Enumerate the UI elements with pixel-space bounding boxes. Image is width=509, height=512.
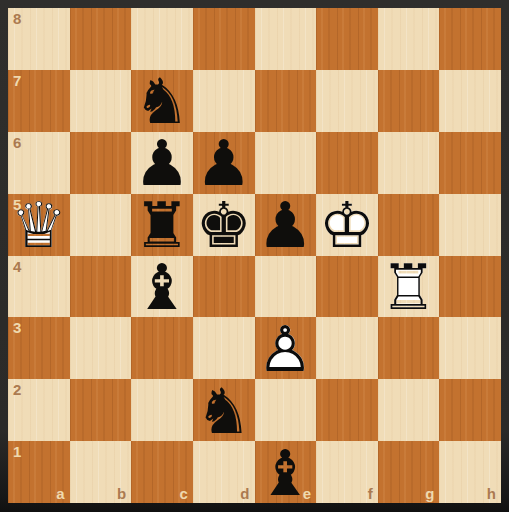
rank-label-2: 2: [13, 382, 21, 397]
square-c5[interactable]: ♜: [131, 194, 193, 256]
square-d2[interactable]: ♞: [193, 379, 255, 441]
white-pawn-outline-icon: ♙: [255, 318, 317, 379]
square-h6[interactable]: [439, 132, 501, 194]
file-label-h: h: [487, 486, 496, 501]
square-b4[interactable]: [70, 256, 132, 318]
piece-white-rook[interactable]: ♜♖: [378, 256, 440, 318]
square-g7[interactable]: [378, 70, 440, 132]
square-a5[interactable]: 5♛♕: [8, 194, 70, 256]
square-h1[interactable]: h: [439, 441, 501, 503]
piece-white-pawn[interactable]: ♟♙: [255, 317, 317, 379]
black-bishop-icon: ♝: [255, 442, 317, 503]
square-a2[interactable]: 2: [8, 379, 70, 441]
square-a8[interactable]: 8: [8, 8, 70, 70]
piece-black-knight[interactable]: ♞: [193, 379, 255, 441]
square-d1[interactable]: d: [193, 441, 255, 503]
square-d8[interactable]: [193, 8, 255, 70]
piece-black-knight[interactable]: ♞: [131, 70, 193, 132]
board-frame: 87♞6♟♟5♛♕♜♚♟♚♔4♝♜♖3♟♙2♞1abcde♝fgh: [0, 0, 509, 512]
square-e7[interactable]: [255, 70, 317, 132]
black-bishop-icon: ♝: [131, 257, 193, 318]
square-d7[interactable]: [193, 70, 255, 132]
black-pawn-icon: ♟: [255, 195, 317, 256]
square-c6[interactable]: ♟: [131, 132, 193, 194]
square-e4[interactable]: [255, 256, 317, 318]
square-a1[interactable]: 1a: [8, 441, 70, 503]
square-c1[interactable]: c: [131, 441, 193, 503]
white-king-outline-icon: ♔: [316, 195, 378, 256]
file-label-d: d: [240, 486, 249, 501]
square-c7[interactable]: ♞: [131, 70, 193, 132]
square-e2[interactable]: [255, 379, 317, 441]
square-e5[interactable]: ♟: [255, 194, 317, 256]
square-a4[interactable]: 4: [8, 256, 70, 318]
square-c8[interactable]: [131, 8, 193, 70]
square-a3[interactable]: 3: [8, 317, 70, 379]
square-h4[interactable]: [439, 256, 501, 318]
chess-board: 87♞6♟♟5♛♕♜♚♟♚♔4♝♜♖3♟♙2♞1abcde♝fgh: [8, 8, 501, 503]
square-a6[interactable]: 6: [8, 132, 70, 194]
square-c4[interactable]: ♝: [131, 256, 193, 318]
black-knight-icon: ♞: [131, 71, 193, 132]
square-d6[interactable]: ♟: [193, 132, 255, 194]
square-e3[interactable]: ♟♙: [255, 317, 317, 379]
square-h3[interactable]: [439, 317, 501, 379]
piece-black-bishop[interactable]: ♝: [255, 441, 317, 503]
piece-black-king[interactable]: ♚: [193, 194, 255, 256]
square-b2[interactable]: [70, 379, 132, 441]
square-g5[interactable]: [378, 194, 440, 256]
white-queen-outline-icon: ♕: [8, 195, 70, 256]
square-f3[interactable]: [316, 317, 378, 379]
rank-label-7: 7: [13, 73, 21, 88]
square-d3[interactable]: [193, 317, 255, 379]
rank-label-6: 6: [13, 135, 21, 150]
square-c3[interactable]: [131, 317, 193, 379]
piece-black-pawn[interactable]: ♟: [255, 194, 317, 256]
rank-label-4: 4: [13, 259, 21, 274]
square-h5[interactable]: [439, 194, 501, 256]
square-e8[interactable]: [255, 8, 317, 70]
square-h2[interactable]: [439, 379, 501, 441]
square-b1[interactable]: b: [70, 441, 132, 503]
file-label-g: g: [425, 486, 434, 501]
black-pawn-icon: ♟: [131, 133, 193, 194]
square-g6[interactable]: [378, 132, 440, 194]
square-h8[interactable]: [439, 8, 501, 70]
rank-label-3: 3: [13, 320, 21, 335]
black-rook-icon: ♜: [131, 195, 193, 256]
rank-label-1: 1: [13, 444, 21, 459]
piece-black-rook[interactable]: ♜: [131, 194, 193, 256]
square-b5[interactable]: [70, 194, 132, 256]
file-label-b: b: [117, 486, 126, 501]
square-h7[interactable]: [439, 70, 501, 132]
square-a7[interactable]: 7: [8, 70, 70, 132]
square-c2[interactable]: [131, 379, 193, 441]
rank-label-8: 8: [13, 11, 21, 26]
square-d4[interactable]: [193, 256, 255, 318]
square-g3[interactable]: [378, 317, 440, 379]
black-pawn-icon: ♟: [193, 133, 255, 194]
piece-white-king[interactable]: ♚♔: [316, 194, 378, 256]
file-label-a: a: [56, 486, 64, 501]
square-f6[interactable]: [316, 132, 378, 194]
black-knight-icon: ♞: [193, 380, 255, 441]
square-e6[interactable]: [255, 132, 317, 194]
square-e1[interactable]: e♝: [255, 441, 317, 503]
white-rook-outline-icon: ♖: [378, 257, 440, 318]
square-b8[interactable]: [70, 8, 132, 70]
square-f1[interactable]: f: [316, 441, 378, 503]
square-f7[interactable]: [316, 70, 378, 132]
file-label-c: c: [180, 486, 188, 501]
piece-black-bishop[interactable]: ♝: [131, 256, 193, 318]
piece-black-pawn[interactable]: ♟: [131, 132, 193, 194]
file-label-f: f: [368, 486, 373, 501]
square-f4[interactable]: [316, 256, 378, 318]
square-g1[interactable]: g: [378, 441, 440, 503]
square-b3[interactable]: [70, 317, 132, 379]
square-g2[interactable]: [378, 379, 440, 441]
square-f2[interactable]: [316, 379, 378, 441]
square-g8[interactable]: [378, 8, 440, 70]
black-king-icon: ♚: [193, 195, 255, 256]
piece-black-pawn[interactable]: ♟: [193, 132, 255, 194]
piece-white-queen[interactable]: ♛♕: [8, 194, 70, 256]
square-f8[interactable]: [316, 8, 378, 70]
square-d5[interactable]: ♚: [193, 194, 255, 256]
square-g4[interactable]: ♜♖: [378, 256, 440, 318]
square-b6[interactable]: [70, 132, 132, 194]
square-b7[interactable]: [70, 70, 132, 132]
square-f5[interactable]: ♚♔: [316, 194, 378, 256]
